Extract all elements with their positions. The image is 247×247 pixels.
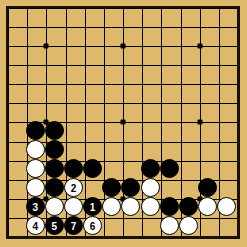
intersection-12-8[interactable] <box>217 140 236 159</box>
intersection-8-6[interactable] <box>141 102 160 121</box>
intersection-6-13[interactable] <box>102 235 121 247</box>
white-stone <box>141 178 160 197</box>
intersection-11-10[interactable] <box>198 178 217 197</box>
intersection-7-4[interactable] <box>121 64 140 83</box>
white-stone <box>217 197 236 216</box>
intersection-8-9[interactable] <box>141 159 160 178</box>
intersection-2-8[interactable] <box>26 140 45 159</box>
white-stone <box>121 197 140 216</box>
intersection-6-12[interactable] <box>102 216 121 235</box>
intersection-7-7[interactable] <box>121 121 140 140</box>
intersection-9-3[interactable] <box>160 45 179 64</box>
black-stone <box>26 121 45 140</box>
white-stone <box>198 197 217 216</box>
intersection-6-5[interactable] <box>102 83 121 102</box>
black-stone <box>198 178 217 197</box>
intersection-8-1[interactable] <box>141 6 160 25</box>
intersection-8-5[interactable] <box>141 83 160 102</box>
intersection-1-10[interactable] <box>6 178 25 197</box>
intersection-1-4[interactable] <box>6 64 25 83</box>
goban: 2314576 <box>0 0 247 247</box>
intersection-4-6[interactable] <box>64 102 83 121</box>
intersection-10-2[interactable] <box>179 26 198 45</box>
intersection-6-8[interactable] <box>102 140 121 159</box>
intersection-10-13[interactable] <box>179 235 198 247</box>
intersection-9-9[interactable] <box>160 159 179 178</box>
intersection-3-4[interactable] <box>45 64 64 83</box>
black-stone <box>160 159 179 178</box>
intersection-13-8[interactable] <box>236 140 247 159</box>
intersection-13-4[interactable] <box>236 64 247 83</box>
intersection-2-10[interactable] <box>26 178 45 197</box>
intersection-5-2[interactable] <box>83 26 102 45</box>
intersection-11-6[interactable] <box>198 102 217 121</box>
intersection-10-5[interactable] <box>179 83 198 102</box>
intersection-5-4[interactable] <box>83 64 102 83</box>
intersection-11-11[interactable] <box>198 197 217 216</box>
intersection-6-3[interactable] <box>102 45 121 64</box>
intersection-1-6[interactable] <box>6 102 25 121</box>
move-number-label: 5 <box>52 221 58 231</box>
intersection-9-4[interactable] <box>160 64 179 83</box>
intersection-4-3[interactable] <box>64 45 83 64</box>
white-stone: 6 <box>83 216 102 235</box>
intersection-3-11[interactable] <box>45 197 64 216</box>
intersection-7-2[interactable] <box>121 26 140 45</box>
intersection-3-5[interactable] <box>45 83 64 102</box>
intersection-1-1[interactable] <box>6 6 25 25</box>
black-stone: 3 <box>26 197 45 216</box>
intersection-8-11[interactable] <box>141 197 160 216</box>
move-number-label: 3 <box>32 202 38 212</box>
intersection-8-12[interactable] <box>141 216 160 235</box>
intersection-12-10[interactable] <box>217 178 236 197</box>
intersection-6-2[interactable] <box>102 26 121 45</box>
black-stone: 5 <box>45 216 64 235</box>
intersection-10-8[interactable] <box>179 140 198 159</box>
intersection-12-3[interactable] <box>217 45 236 64</box>
intersection-12-5[interactable] <box>217 83 236 102</box>
intersection-13-10[interactable] <box>236 178 247 197</box>
intersection-12-9[interactable] <box>217 159 236 178</box>
intersection-11-5[interactable] <box>198 83 217 102</box>
intersection-8-10[interactable] <box>141 178 160 197</box>
intersection-9-11[interactable] <box>160 197 179 216</box>
intersection-4-13[interactable] <box>64 235 83 247</box>
white-stone <box>26 178 45 197</box>
intersection-6-4[interactable] <box>102 64 121 83</box>
intersection-5-10[interactable] <box>83 178 102 197</box>
white-stone <box>26 140 45 159</box>
intersection-5-8[interactable] <box>83 140 102 159</box>
white-stone <box>64 197 83 216</box>
intersection-11-12[interactable] <box>198 216 217 235</box>
intersection-9-12[interactable] <box>160 216 179 235</box>
intersection-3-7[interactable] <box>45 121 64 140</box>
intersection-12-1[interactable] <box>217 6 236 25</box>
white-stone <box>160 216 179 235</box>
move-number-label: 1 <box>90 202 96 212</box>
intersection-11-7[interactable] <box>198 121 217 140</box>
intersection-7-5[interactable] <box>121 83 140 102</box>
intersection-1-11[interactable] <box>6 197 25 216</box>
white-stone <box>45 197 64 216</box>
intersection-7-12[interactable] <box>121 216 140 235</box>
intersection-9-7[interactable] <box>160 121 179 140</box>
white-stone: 4 <box>26 216 45 235</box>
intersection-11-13[interactable] <box>198 235 217 247</box>
intersection-4-8[interactable] <box>64 140 83 159</box>
intersection-5-7[interactable] <box>83 121 102 140</box>
intersection-13-9[interactable] <box>236 159 247 178</box>
intersection-4-11[interactable] <box>64 197 83 216</box>
intersection-8-4[interactable] <box>141 64 160 83</box>
intersection-2-7[interactable] <box>26 121 45 140</box>
intersection-1-7[interactable] <box>6 121 25 140</box>
intersection-10-6[interactable] <box>179 102 198 121</box>
intersection-3-8[interactable] <box>45 140 64 159</box>
intersection-12-4[interactable] <box>217 64 236 83</box>
intersection-2-11[interactable]: 3 <box>26 197 45 216</box>
intersection-11-8[interactable] <box>198 140 217 159</box>
intersection-13-13[interactable] <box>236 235 247 247</box>
intersection-5-9[interactable] <box>83 159 102 178</box>
intersection-4-5[interactable] <box>64 83 83 102</box>
black-stone <box>64 159 83 178</box>
black-stone: 1 <box>83 197 102 216</box>
intersection-2-12[interactable]: 4 <box>26 216 45 235</box>
intersection-12-7[interactable] <box>217 121 236 140</box>
intersection-7-9[interactable] <box>121 159 140 178</box>
intersection-4-12[interactable]: 7 <box>64 216 83 235</box>
intersection-13-1[interactable] <box>236 6 247 25</box>
intersection-3-10[interactable] <box>45 178 64 197</box>
intersection-1-12[interactable] <box>6 216 25 235</box>
intersection-9-13[interactable] <box>160 235 179 247</box>
move-number-label: 6 <box>90 221 96 231</box>
move-number-label: 4 <box>32 221 38 231</box>
white-stone <box>26 159 45 178</box>
intersection-8-13[interactable] <box>141 235 160 247</box>
intersection-2-3[interactable] <box>26 45 45 64</box>
intersection-3-3[interactable] <box>45 45 64 64</box>
intersection-2-5[interactable] <box>26 83 45 102</box>
intersection-3-13[interactable] <box>45 235 64 247</box>
intersection-10-3[interactable] <box>179 45 198 64</box>
intersection-7-11[interactable] <box>121 197 140 216</box>
intersection-10-12[interactable] <box>179 216 198 235</box>
intersection-1-13[interactable] <box>6 235 25 247</box>
intersection-8-2[interactable] <box>141 26 160 45</box>
intersection-12-11[interactable] <box>217 197 236 216</box>
black-stone <box>45 140 64 159</box>
intersection-3-9[interactable] <box>45 159 64 178</box>
intersection-3-1[interactable] <box>45 6 64 25</box>
intersection-8-8[interactable] <box>141 140 160 159</box>
intersection-5-5[interactable] <box>83 83 102 102</box>
intersection-9-2[interactable] <box>160 26 179 45</box>
intersection-9-1[interactable] <box>160 6 179 25</box>
intersection-9-10[interactable] <box>160 178 179 197</box>
intersection-10-10[interactable] <box>179 178 198 197</box>
intersection-5-11[interactable]: 1 <box>83 197 102 216</box>
intersection-8-3[interactable] <box>141 45 160 64</box>
black-stone <box>179 197 198 216</box>
intersection-1-9[interactable] <box>6 159 25 178</box>
intersection-7-1[interactable] <box>121 6 140 25</box>
move-number-label: 2 <box>71 183 77 193</box>
intersection-1-8[interactable] <box>6 140 25 159</box>
intersection-1-5[interactable] <box>6 83 25 102</box>
intersection-11-2[interactable] <box>198 26 217 45</box>
intersection-13-7[interactable] <box>236 121 247 140</box>
move-number-label: 7 <box>71 221 77 231</box>
intersection-7-10[interactable] <box>121 178 140 197</box>
intersection-6-6[interactable] <box>102 102 121 121</box>
black-stone <box>121 178 140 197</box>
intersection-8-7[interactable] <box>141 121 160 140</box>
intersection-5-3[interactable] <box>83 45 102 64</box>
intersection-9-5[interactable] <box>160 83 179 102</box>
white-stone <box>141 197 160 216</box>
intersection-10-1[interactable] <box>179 6 198 25</box>
intersection-13-6[interactable] <box>236 102 247 121</box>
intersection-6-11[interactable] <box>102 197 121 216</box>
intersection-5-1[interactable] <box>83 6 102 25</box>
intersection-13-2[interactable] <box>236 26 247 45</box>
intersection-6-7[interactable] <box>102 121 121 140</box>
intersection-3-6[interactable] <box>45 102 64 121</box>
intersection-10-9[interactable] <box>179 159 198 178</box>
intersection-5-12[interactable]: 6 <box>83 216 102 235</box>
intersection-4-10[interactable]: 2 <box>64 178 83 197</box>
intersection-1-2[interactable] <box>6 26 25 45</box>
intersection-9-8[interactable] <box>160 140 179 159</box>
intersection-11-4[interactable] <box>198 64 217 83</box>
intersection-6-10[interactable] <box>102 178 121 197</box>
intersection-2-2[interactable] <box>26 26 45 45</box>
black-stone <box>141 159 160 178</box>
intersection-3-12[interactable]: 5 <box>45 216 64 235</box>
intersection-2-4[interactable] <box>26 64 45 83</box>
intersection-5-13[interactable] <box>83 235 102 247</box>
intersection-3-2[interactable] <box>45 26 64 45</box>
intersection-6-9[interactable] <box>102 159 121 178</box>
black-stone <box>83 159 102 178</box>
intersection-2-1[interactable] <box>26 6 45 25</box>
board[interactable]: 2314576 <box>6 6 247 247</box>
intersection-10-7[interactable] <box>179 121 198 140</box>
intersection-2-9[interactable] <box>26 159 45 178</box>
intersection-9-6[interactable] <box>160 102 179 121</box>
intersection-2-13[interactable] <box>26 235 45 247</box>
black-stone <box>45 121 64 140</box>
intersection-11-3[interactable] <box>198 45 217 64</box>
intersection-11-1[interactable] <box>198 6 217 25</box>
black-stone: 7 <box>64 216 83 235</box>
intersection-13-3[interactable] <box>236 45 247 64</box>
intersection-12-13[interactable] <box>217 235 236 247</box>
intersection-7-13[interactable] <box>121 235 140 247</box>
intersection-1-3[interactable] <box>6 45 25 64</box>
intersection-4-2[interactable] <box>64 26 83 45</box>
black-stone <box>45 159 64 178</box>
intersection-5-6[interactable] <box>83 102 102 121</box>
black-stone <box>102 178 121 197</box>
intersection-2-6[interactable] <box>26 102 45 121</box>
intersection-4-7[interactable] <box>64 121 83 140</box>
intersection-13-11[interactable] <box>236 197 247 216</box>
intersection-6-1[interactable] <box>102 6 121 25</box>
intersection-7-6[interactable] <box>121 102 140 121</box>
intersection-12-2[interactable] <box>217 26 236 45</box>
intersection-7-8[interactable] <box>121 140 140 159</box>
intersection-12-12[interactable] <box>217 216 236 235</box>
intersection-7-3[interactable] <box>121 45 140 64</box>
intersection-13-12[interactable] <box>236 216 247 235</box>
intersection-4-9[interactable] <box>64 159 83 178</box>
white-stone <box>102 197 121 216</box>
intersection-10-4[interactable] <box>179 64 198 83</box>
black-stone <box>45 178 64 197</box>
black-stone <box>160 197 179 216</box>
intersection-10-11[interactable] <box>179 197 198 216</box>
intersection-12-6[interactable] <box>217 102 236 121</box>
intersection-11-9[interactable] <box>198 159 217 178</box>
intersection-4-1[interactable] <box>64 6 83 25</box>
intersection-4-4[interactable] <box>64 64 83 83</box>
intersection-13-5[interactable] <box>236 83 247 102</box>
white-stone <box>179 216 198 235</box>
white-stone: 2 <box>64 178 83 197</box>
